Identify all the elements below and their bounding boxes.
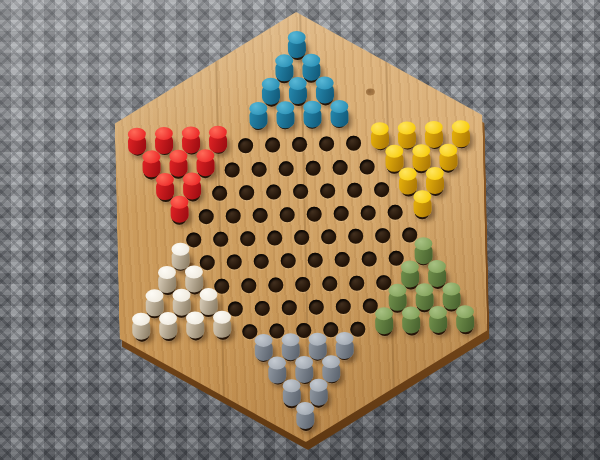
hole-r8-c3[interactable]	[226, 208, 241, 223]
hole-r6-c8[interactable]	[332, 159, 347, 174]
yellow-peg-top	[385, 145, 403, 158]
hole-r11-c6[interactable]	[295, 276, 310, 291]
hole-r8-c6[interactable]	[307, 206, 322, 221]
hole-r6-c7[interactable]	[305, 160, 320, 175]
hole-r9-c2[interactable]	[213, 232, 228, 247]
hole-r12-c8[interactable]	[336, 299, 351, 314]
white-peg-top	[145, 289, 163, 302]
hole-r7-c4[interactable]	[239, 185, 254, 200]
green-peg[interactable]	[402, 307, 421, 334]
gray-peg-top	[308, 332, 326, 345]
red-peg-top	[182, 126, 200, 139]
hole-r6-c4[interactable]	[225, 162, 240, 177]
white-peg-top	[171, 242, 189, 255]
blue-peg-top	[249, 101, 267, 114]
yellow-peg-top	[425, 121, 443, 134]
red-peg[interactable]	[170, 196, 189, 223]
hole-r8-c2[interactable]	[199, 209, 214, 224]
gray-peg-top	[281, 333, 299, 346]
white-peg[interactable]	[186, 312, 205, 339]
red-peg-top	[155, 127, 173, 140]
yellow-peg-top	[439, 143, 457, 156]
hole-r9-c3[interactable]	[240, 231, 255, 246]
hole-r9-c7[interactable]	[348, 229, 363, 244]
hole-r11-c7[interactable]	[322, 276, 337, 291]
hole-r11-c5[interactable]	[268, 277, 283, 292]
hole-r7-c6[interactable]	[293, 184, 308, 199]
blue-peg[interactable]	[303, 100, 322, 127]
hole-r8-c4[interactable]	[253, 208, 268, 223]
blue-peg-top	[303, 100, 321, 113]
yellow-peg-top	[452, 120, 470, 133]
blue-peg[interactable]	[330, 100, 349, 127]
wood-seam	[384, 10, 396, 440]
green-peg-top	[388, 284, 406, 297]
yellow-peg-top	[412, 144, 430, 157]
hole-r7-c8[interactable]	[347, 182, 362, 197]
carpet-background	[0, 0, 600, 460]
hole-r7-c3[interactable]	[212, 185, 227, 200]
hole-r6-c5[interactable]	[252, 161, 267, 176]
blue-peg-top	[276, 101, 294, 114]
white-peg[interactable]	[213, 311, 232, 338]
hole-r9-c4[interactable]	[267, 231, 282, 246]
red-peg-top	[169, 150, 187, 163]
hole-r8-c7[interactable]	[334, 206, 349, 221]
hole-r7-c9[interactable]	[373, 182, 388, 197]
hole-r6-c6[interactable]	[278, 161, 293, 176]
red-peg-top	[209, 125, 227, 138]
hole-r12-c6[interactable]	[282, 300, 297, 315]
white-peg[interactable]	[159, 312, 178, 339]
gray-peg-top	[295, 356, 313, 369]
gray-peg-top	[322, 355, 340, 368]
hole-r11-c4[interactable]	[241, 278, 256, 293]
yellow-peg[interactable]	[413, 190, 432, 217]
wood-knot	[366, 88, 375, 95]
red-peg-top	[128, 127, 146, 140]
blue-peg-top	[275, 54, 293, 67]
green-peg[interactable]	[429, 306, 448, 333]
hole-r8-c9[interactable]	[388, 205, 403, 220]
blue-peg[interactable]	[249, 101, 268, 128]
hole-r12-c7[interactable]	[309, 299, 324, 314]
hole-r9-c5[interactable]	[294, 230, 309, 245]
hole-r5-c5[interactable]	[237, 138, 252, 153]
yellow-peg-top	[398, 121, 416, 134]
blue-peg[interactable]	[276, 101, 295, 128]
hole-r9-c8[interactable]	[375, 228, 390, 243]
red-peg-top	[142, 150, 160, 163]
hole-r7-c5[interactable]	[266, 184, 281, 199]
gray-peg-top	[309, 378, 327, 391]
hole-r9-c6[interactable]	[321, 229, 336, 244]
hole-r5-c8[interactable]	[318, 137, 333, 152]
wood-seam	[214, 14, 226, 444]
green-peg[interactable]	[375, 307, 394, 334]
blue-peg-top	[330, 100, 348, 113]
green-peg-top	[442, 283, 460, 296]
hole-r6-c9[interactable]	[359, 159, 374, 174]
green-peg-top	[414, 237, 432, 250]
hole-r7-c7[interactable]	[320, 183, 335, 198]
hole-r12-c5[interactable]	[255, 300, 270, 315]
red-peg-top	[196, 149, 214, 162]
hole-r5-c7[interactable]	[291, 137, 306, 152]
yellow-peg-top	[371, 122, 389, 135]
gray-peg-top	[335, 331, 353, 344]
gray-peg-top	[254, 333, 272, 346]
board-wrapper	[112, 8, 490, 446]
gray-peg-top	[282, 379, 300, 392]
gray-peg[interactable]	[296, 402, 315, 429]
hole-r8-c8[interactable]	[361, 205, 376, 220]
hole-r5-c6[interactable]	[264, 138, 279, 153]
white-peg[interactable]	[132, 313, 151, 340]
green-peg[interactable]	[456, 305, 475, 332]
gray-peg-top	[268, 356, 286, 369]
hole-r11-c8[interactable]	[349, 275, 364, 290]
hole-r8-c5[interactable]	[280, 207, 295, 222]
hole-r5-c9[interactable]	[345, 136, 360, 151]
